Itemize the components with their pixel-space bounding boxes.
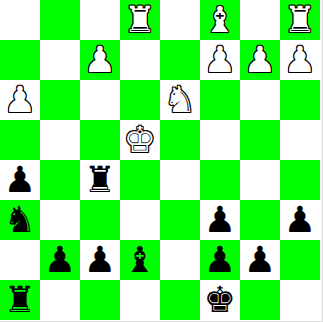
square-f4[interactable] bbox=[200, 160, 240, 200]
square-g2[interactable]: ♟ bbox=[240, 240, 280, 280]
square-g5[interactable] bbox=[240, 120, 280, 160]
square-g8[interactable] bbox=[240, 0, 280, 40]
chess-board: ♜♝♜♟♟♟♟♟♞♚♟♜♞♟♟♟♟♝♟♟♜♚ bbox=[0, 0, 320, 320]
square-e2[interactable] bbox=[160, 240, 200, 280]
square-f1[interactable]: ♚ bbox=[200, 280, 240, 320]
square-d7[interactable] bbox=[120, 40, 160, 80]
square-a3[interactable]: ♞ bbox=[0, 200, 40, 240]
square-h5[interactable] bbox=[280, 120, 320, 160]
piece-black-pawn: ♟ bbox=[204, 200, 236, 240]
square-e3[interactable] bbox=[160, 200, 200, 240]
square-b5[interactable] bbox=[40, 120, 80, 160]
square-b6[interactable] bbox=[40, 80, 80, 120]
piece-black-pawn: ♟ bbox=[44, 240, 76, 280]
square-b8[interactable] bbox=[40, 0, 80, 40]
piece-black-knight: ♞ bbox=[4, 200, 36, 240]
square-d8[interactable]: ♜ bbox=[120, 0, 160, 40]
square-c8[interactable] bbox=[80, 0, 120, 40]
square-e4[interactable] bbox=[160, 160, 200, 200]
square-f5[interactable] bbox=[200, 120, 240, 160]
square-h3[interactable]: ♟ bbox=[280, 200, 320, 240]
square-h8[interactable]: ♜ bbox=[280, 0, 320, 40]
piece-black-bishop: ♝ bbox=[124, 240, 156, 280]
piece-white-rook: ♜ bbox=[124, 0, 156, 40]
square-a7[interactable] bbox=[0, 40, 40, 80]
chess-app-window: ♜♝♜♟♟♟♟♟♞♚♟♜♞♟♟♟♟♝♟♟♜♚ bbox=[0, 0, 323, 322]
square-g3[interactable] bbox=[240, 200, 280, 240]
square-h2[interactable] bbox=[280, 240, 320, 280]
square-c5[interactable] bbox=[80, 120, 120, 160]
square-a5[interactable] bbox=[0, 120, 40, 160]
piece-white-pawn: ♟ bbox=[204, 40, 236, 80]
piece-white-pawn: ♟ bbox=[284, 40, 316, 80]
square-d2[interactable]: ♝ bbox=[120, 240, 160, 280]
square-c1[interactable] bbox=[80, 280, 120, 320]
square-c6[interactable] bbox=[80, 80, 120, 120]
square-c7[interactable]: ♟ bbox=[80, 40, 120, 80]
square-b1[interactable] bbox=[40, 280, 80, 320]
piece-white-rook: ♜ bbox=[284, 0, 316, 40]
square-h4[interactable] bbox=[280, 160, 320, 200]
square-f3[interactable]: ♟ bbox=[200, 200, 240, 240]
piece-white-knight: ♞ bbox=[164, 80, 196, 120]
square-e1[interactable] bbox=[160, 280, 200, 320]
piece-black-rook: ♜ bbox=[4, 280, 36, 320]
square-g1[interactable] bbox=[240, 280, 280, 320]
square-e5[interactable] bbox=[160, 120, 200, 160]
square-e8[interactable] bbox=[160, 0, 200, 40]
square-d5[interactable]: ♚ bbox=[120, 120, 160, 160]
square-g6[interactable] bbox=[240, 80, 280, 120]
square-a4[interactable]: ♟ bbox=[0, 160, 40, 200]
square-c3[interactable] bbox=[80, 200, 120, 240]
piece-black-pawn: ♟ bbox=[204, 240, 236, 280]
piece-black-pawn: ♟ bbox=[84, 240, 116, 280]
square-h1[interactable] bbox=[280, 280, 320, 320]
piece-black-king: ♚ bbox=[204, 280, 236, 320]
square-b4[interactable] bbox=[40, 160, 80, 200]
square-g7[interactable]: ♟ bbox=[240, 40, 280, 80]
square-g4[interactable] bbox=[240, 160, 280, 200]
piece-black-pawn: ♟ bbox=[244, 240, 276, 280]
piece-black-pawn: ♟ bbox=[4, 160, 36, 200]
square-d1[interactable] bbox=[120, 280, 160, 320]
square-e7[interactable] bbox=[160, 40, 200, 80]
square-a2[interactable] bbox=[0, 240, 40, 280]
piece-black-rook: ♜ bbox=[84, 160, 116, 200]
square-a8[interactable] bbox=[0, 0, 40, 40]
square-c2[interactable]: ♟ bbox=[80, 240, 120, 280]
square-f8[interactable]: ♝ bbox=[200, 0, 240, 40]
square-c4[interactable]: ♜ bbox=[80, 160, 120, 200]
piece-white-king: ♚ bbox=[124, 120, 156, 160]
piece-white-pawn: ♟ bbox=[244, 40, 276, 80]
square-f6[interactable] bbox=[200, 80, 240, 120]
piece-white-pawn: ♟ bbox=[4, 80, 36, 120]
square-d4[interactable] bbox=[120, 160, 160, 200]
piece-white-bishop: ♝ bbox=[204, 0, 236, 40]
square-h7[interactable]: ♟ bbox=[280, 40, 320, 80]
square-f7[interactable]: ♟ bbox=[200, 40, 240, 80]
square-d6[interactable] bbox=[120, 80, 160, 120]
piece-black-pawn: ♟ bbox=[284, 200, 316, 240]
piece-white-pawn: ♟ bbox=[84, 40, 116, 80]
square-h6[interactable] bbox=[280, 80, 320, 120]
square-a1[interactable]: ♜ bbox=[0, 280, 40, 320]
square-b2[interactable]: ♟ bbox=[40, 240, 80, 280]
square-f2[interactable]: ♟ bbox=[200, 240, 240, 280]
square-e6[interactable]: ♞ bbox=[160, 80, 200, 120]
square-d3[interactable] bbox=[120, 200, 160, 240]
square-b3[interactable] bbox=[40, 200, 80, 240]
square-b7[interactable] bbox=[40, 40, 80, 80]
square-a6[interactable]: ♟ bbox=[0, 80, 40, 120]
